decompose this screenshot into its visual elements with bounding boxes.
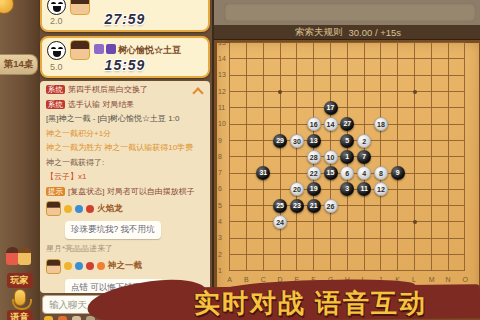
white-stone-20: 20 [290,182,304,196]
chat-message: 神之一截积分+1分 [46,129,204,139]
chat-message: 神之一截为胜方 神之一截认输获得10学费 [46,143,204,153]
chat-message: 系统第四手棋后黑白交换了 [46,85,204,95]
player-card-bottom: 树心愉悦☆土豆 5.0 15:59 [40,36,210,78]
column-label: I [362,276,364,283]
board-top-band [214,0,480,25]
column-label: M [429,276,435,283]
achievement-badge-icon [86,262,94,270]
achievement-badge-icon [64,262,72,270]
rank-badge-icon [106,44,116,54]
column-label: B [244,276,249,283]
column-label: G [328,276,333,283]
black-stone-17: 17 [324,101,338,115]
row-label: 10 [218,120,226,127]
column-label: N [446,276,451,283]
chat-player-name: 神之一截 [108,260,142,272]
rank-badge-icon [94,44,104,54]
voice-button-label: 语音 [7,310,33,320]
black-stone-23: 23 [290,199,304,213]
black-stone-31: 31 [256,166,270,180]
column-label: J [378,276,382,283]
message-badge: 提示 [46,187,65,196]
white-stone-22: 22 [307,166,321,180]
board-panel: 索索夫规则 30.00 / +15s 151413121110987654321… [212,0,480,320]
chat-bubble: 珍珠要坑我? 我不用坑 [65,221,161,239]
players-button-label: 玩家 [7,273,33,288]
row-label: 11 [218,104,225,111]
column-label: K [395,276,400,283]
white-stone-8: 8 [374,166,388,180]
black-stone-7: 7 [357,150,371,164]
chat-panel: 系统第四手棋后黑白交换了系统选手认输 对局结果[黑]神之一截 - [白]树心愉悦… [40,81,210,293]
row-label: 8 [218,153,222,160]
white-stone-24: 24 [273,215,287,229]
black-stone-19: 19 [307,182,321,196]
row-label: 1 [218,267,222,274]
column-label: F [311,276,315,283]
white-stone-4: 4 [357,166,371,180]
white-stone-30: 30 [290,134,304,148]
chat-player-name: 火焰龙 [97,203,123,215]
voice-button[interactable]: 语音 [1,287,38,320]
white-stone-14: 14 [324,117,338,131]
message-badge: 系统 [46,100,65,109]
achievement-badge-icon [64,205,72,213]
black-stone-21: 21 [307,199,321,213]
row-label: 2 [218,251,222,258]
black-stone-1: 1 [340,150,354,164]
column-label: D [278,276,283,283]
gomoku-app: 第14桌 玩家 语音 2.0 27:59 树心愉悦☆土豆 5.0 15:59 系… [0,0,480,320]
row-label: 4 [218,218,222,225]
black-stone-5: 5 [340,134,354,148]
gomoku-board[interactable]: 151413121110987654321ABCDEFGHIJKLMNO1234… [214,40,480,320]
achievement-badge-icon [86,205,94,213]
white-stone-26: 26 [324,199,338,213]
avatar [46,259,61,274]
black-stone-27: 27 [340,117,354,131]
players-button[interactable]: 玩家 [1,243,38,288]
black-stone-29: 29 [273,134,287,148]
row-label: 5 [218,202,222,209]
black-stone-9: 9 [391,166,405,180]
chat-player-message: 火焰龙珍珠要坑我? 我不用坑 [46,201,204,239]
white-stone-10: 10 [324,150,338,164]
white-stone-16: 16 [307,117,321,131]
players-icon [1,243,38,269]
star-point [413,220,417,224]
emoji-bar[interactable] [44,316,95,320]
column-label: E [294,276,299,283]
row-label: 13 [218,71,226,78]
black-stone-13: 13 [307,134,321,148]
board-rule-bar: 索索夫规则 30.00 / +15s [214,25,480,40]
player-name: 树心愉悦☆土豆 [94,44,181,57]
row-label: 9 [218,137,222,144]
player-timer: 15:59 [42,57,208,73]
star-point [278,90,282,94]
microphone-icon [14,289,26,306]
time-control: 30.00 / +15s [348,27,401,38]
chat-message: 系统选手认输 对局结果 [46,100,204,110]
white-stone-28: 28 [307,150,321,164]
column-label: L [412,276,416,283]
row-label: 3 [218,234,222,241]
achievement-badge-icon [75,262,83,270]
black-stone-25: 25 [273,199,287,213]
rule-name: 索索夫规则 [295,26,343,39]
white-stone-6: 6 [340,166,354,180]
chat-player-message: 神之一截点错 可以悔下错不能悔 [46,259,204,294]
chat-bubble: 点错 可以悔下错不能悔 [65,279,164,294]
white-stone-18: 18 [374,117,388,131]
chat-message: [黑]神之一截 - [白]树心愉悦☆土豆 1:0 [46,114,204,124]
achievement-badge-icon [97,262,105,270]
player-card-top: 2.0 27:59 [40,0,210,32]
black-stone-11: 11 [357,182,371,196]
row-label: 14 [218,55,226,62]
column-label: A [227,276,232,283]
chat-message: 星月*亮晶晶进来了 [46,244,204,254]
black-stone-3: 3 [340,182,354,196]
row-label: 7 [218,169,222,176]
star-point [413,90,417,94]
chat-message: 神之一截获得了: [46,158,204,168]
achievement-badge-icon [75,205,83,213]
column-label: O [462,276,467,283]
chat-message: 【云子】x1 [46,172,204,182]
black-stone-15: 15 [324,166,338,180]
message-badge: 系统 [46,85,65,94]
avatar [46,201,61,216]
white-stone-2: 2 [357,134,371,148]
column-label: C [261,276,266,283]
row-label: 6 [218,185,222,192]
row-label: 15 [218,39,226,46]
table-number-tab[interactable]: 第14桌 [0,54,38,75]
white-stone-12: 12 [374,182,388,196]
chat-message: 提示[复盘状态] 对局者可以自由摆放棋子 [46,187,204,197]
column-label: H [345,276,350,283]
player-timer: 27:59 [42,11,208,27]
row-label: 12 [218,88,226,95]
chat-input[interactable] [42,295,210,314]
